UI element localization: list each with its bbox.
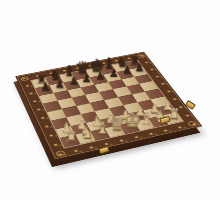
chess-set-photo: ♜♞♝♛♚♝♞♜♟♟♟♟♟♟♟♟♟♟♟♟♟♟♟♟♜♞♝♛♚♝♞♜ — [0, 0, 220, 200]
corner-ornament — [186, 120, 197, 126]
corner-ornament — [54, 150, 65, 157]
piece-black-pawn-d7[interactable]: ♟ — [80, 73, 94, 84]
square-b5[interactable] — [57, 98, 76, 109]
piece-white-rook-a1[interactable]: ♜ — [63, 130, 79, 144]
piece-black-pawn-c7[interactable]: ♟ — [66, 76, 80, 87]
piece-black-pawn-f7[interactable]: ♟ — [106, 68, 120, 79]
piece-black-pawn-b7[interactable]: ♟ — [52, 79, 66, 90]
board-squares: ♜♞♝♛♚♝♞♜♟♟♟♟♟♟♟♟♟♟♟♟♟♟♟♟♜♞♝♛♚♝♞♜ — [32, 60, 183, 147]
piece-black-pawn-h7[interactable]: ♟ — [133, 63, 147, 74]
piece-white-bishop-c1[interactable]: ♝ — [94, 120, 110, 137]
piece-black-pawn-e7[interactable]: ♟ — [93, 71, 107, 82]
piece-white-king-e1[interactable]: ♚ — [123, 110, 139, 130]
piece-white-queen-d1[interactable]: ♛ — [109, 115, 125, 134]
corner-ornament — [19, 76, 28, 81]
piece-white-knight-b1[interactable]: ♞ — [79, 125, 95, 141]
piece-black-pawn-g7[interactable]: ♟ — [120, 65, 134, 76]
piece-black-pawn-a7[interactable]: ♟ — [38, 81, 53, 92]
square-a1[interactable]: ♜ — [60, 135, 80, 148]
